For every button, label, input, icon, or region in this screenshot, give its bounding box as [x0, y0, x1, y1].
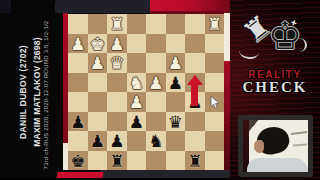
square[interactable]: ♟ [107, 34, 127, 54]
square[interactable]: ♚ [68, 151, 88, 171]
square[interactable] [68, 131, 88, 151]
video-frame: DANIIL DUBOV (2702) MAXIM MATLAKOV (2698… [0, 0, 320, 180]
square[interactable] [107, 73, 127, 93]
square[interactable] [88, 151, 108, 171]
square[interactable] [88, 14, 108, 34]
square[interactable] [146, 92, 166, 112]
black-king: ♚ [68, 151, 88, 171]
player-webcam [238, 115, 313, 177]
square[interactable]: ♚ [88, 34, 108, 54]
board-frame-bottom-dark-bar [100, 170, 232, 178]
square[interactable]: ♟ [127, 112, 147, 132]
square[interactable] [127, 53, 147, 73]
square[interactable] [185, 14, 205, 34]
square[interactable]: ♜ [107, 151, 127, 171]
black-pawn: ♟ [127, 112, 147, 132]
white-knight: ♞ [127, 73, 147, 93]
square[interactable]: ♟ [107, 131, 127, 151]
square[interactable] [205, 34, 225, 54]
right-brand-panel: ♜ ♚ + REALITY CHECK [230, 0, 320, 180]
corner-decoration [0, 0, 11, 13]
white-pawn: ♟ [88, 53, 108, 73]
white-pawn: ♟ [127, 92, 147, 112]
square[interactable] [205, 131, 225, 151]
black-pawn: ♟ [107, 131, 127, 151]
square[interactable] [127, 34, 147, 54]
square[interactable] [205, 92, 225, 112]
square[interactable] [68, 73, 88, 93]
square[interactable] [146, 112, 166, 132]
event-info: 73rd ch-RUS 2020, 2020-12-07 ROUND 3.5, … [43, 20, 55, 170]
white-pawn: ♟ [107, 34, 127, 54]
square[interactable] [88, 92, 108, 112]
white-rook: ♜ [107, 14, 127, 34]
square[interactable] [205, 112, 225, 132]
square[interactable]: ♟ [68, 112, 88, 132]
square[interactable] [68, 92, 88, 112]
square[interactable] [127, 131, 147, 151]
square[interactable] [166, 34, 186, 54]
square[interactable] [185, 73, 205, 93]
square[interactable] [205, 53, 225, 73]
square[interactable] [107, 92, 127, 112]
square[interactable]: ♛ [107, 53, 127, 73]
square[interactable] [205, 73, 225, 93]
square[interactable] [127, 14, 147, 34]
black-pawn: ♟ [88, 131, 108, 151]
black-pawn: ♟ [166, 73, 186, 93]
square[interactable]: ♟ [146, 73, 166, 93]
square[interactable] [68, 14, 88, 34]
square[interactable] [166, 151, 186, 171]
square[interactable]: ♟ [166, 73, 186, 93]
left-info-panel: DANIIL DUBOV (2702) MAXIM MATLAKOV (2698… [0, 0, 63, 180]
white-rook: ♜ [205, 14, 225, 34]
square[interactable] [166, 131, 186, 151]
square[interactable] [127, 151, 147, 171]
black-rook: ♜ [185, 151, 205, 171]
logo-text-check: CHECK [230, 79, 320, 96]
square[interactable]: ♟ [88, 53, 108, 73]
square[interactable]: ♟ [88, 131, 108, 151]
black-queen: ♛ [166, 112, 186, 132]
board-frame-top-dark-bar [55, 0, 150, 13]
white-pawn: ♟ [166, 53, 186, 73]
square[interactable]: ♜ [205, 14, 225, 34]
white-queen: ♛ [107, 53, 127, 73]
black-pawn: ♟ [185, 92, 205, 112]
player-shirt [247, 158, 308, 172]
player-white-name: DANIIL DUBOV (2702) [18, 17, 30, 167]
square[interactable]: ♞ [146, 131, 166, 151]
square[interactable]: ♛ [166, 112, 186, 132]
square[interactable] [88, 112, 108, 132]
square[interactable]: ♟ [127, 92, 147, 112]
square[interactable]: ♜ [107, 14, 127, 34]
player-face [254, 140, 264, 153]
square[interactable] [68, 53, 88, 73]
square[interactable] [185, 131, 205, 151]
swoosh-line-icon [238, 45, 259, 60]
square[interactable] [185, 53, 205, 73]
background-line [291, 131, 307, 135]
square[interactable] [146, 53, 166, 73]
black-knight: ♞ [146, 131, 166, 151]
player-webcam-photo [243, 120, 308, 172]
white-king: ♚ [88, 34, 108, 54]
black-rook: ♜ [107, 151, 127, 171]
reality-check-logo: ♜ ♚ + REALITY CHECK [230, 0, 320, 105]
chess-board[interactable]: ♜♜♟♚♟♟♛♟♞♟♟♟♟♟♟♛♟♟♞♚♜♜ [68, 14, 224, 170]
square[interactable] [166, 14, 186, 34]
square[interactable] [185, 112, 205, 132]
motion-arc-icon [297, 38, 307, 52]
black-pawn: ♟ [68, 112, 88, 132]
square[interactable] [146, 14, 166, 34]
square[interactable] [205, 151, 225, 171]
square[interactable] [88, 73, 108, 93]
square[interactable]: ♞ [127, 73, 147, 93]
square[interactable]: ♟ [166, 53, 186, 73]
white-pawn: ♟ [68, 34, 88, 54]
square[interactable]: ♟ [68, 34, 88, 54]
white-pawn: ♟ [146, 73, 166, 93]
square[interactable] [146, 151, 166, 171]
square[interactable]: ♟ [185, 92, 205, 112]
background-line [293, 143, 307, 146]
square[interactable] [146, 34, 166, 54]
square[interactable] [185, 34, 205, 54]
square[interactable]: ♜ [185, 151, 205, 171]
square[interactable] [107, 112, 127, 132]
square[interactable] [166, 92, 186, 112]
